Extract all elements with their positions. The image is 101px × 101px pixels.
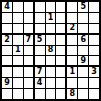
cell-r4c6-empty[interactable] (56, 35, 66, 45)
cell-r5c6-empty[interactable] (56, 46, 66, 56)
cell-r3c8-empty[interactable] (78, 24, 88, 34)
cell-r2c7-empty[interactable] (67, 13, 77, 23)
cell-r5c5-given[interactable]: 8 (46, 46, 56, 56)
cell-r1c1-given[interactable]: 4 (2, 2, 12, 12)
cell-r5c1-empty[interactable] (2, 46, 12, 56)
cell-r4c4-given[interactable]: 5 (35, 35, 45, 45)
cell-r4c5-empty[interactable] (46, 35, 56, 45)
cell-r3c4-empty[interactable] (35, 24, 45, 34)
cell-r7c2-empty[interactable] (13, 67, 23, 77)
cell-r5c3-empty[interactable] (24, 46, 34, 56)
cell-r2c5-given[interactable]: 1 (46, 13, 56, 23)
cell-r7c9-given[interactable]: 3 (89, 67, 99, 77)
cell-r2c3-empty[interactable] (24, 13, 34, 23)
cell-r8c4-given[interactable]: 4 (35, 78, 45, 88)
cell-r8c2-empty[interactable] (13, 78, 23, 88)
cell-r6c1-empty[interactable] (2, 56, 12, 66)
cell-r4c8-given[interactable]: 6 (78, 35, 88, 45)
cell-r1c2-empty[interactable] (13, 2, 23, 12)
cell-r2c4-empty[interactable] (35, 13, 45, 23)
cell-r9c7-given[interactable]: 8 (67, 89, 77, 99)
cell-r3c7-given[interactable]: 2 (67, 24, 77, 34)
cell-r3c9-empty[interactable] (89, 24, 99, 34)
cell-r9c8-empty[interactable] (78, 89, 88, 99)
cell-r4c2-empty[interactable] (13, 35, 23, 45)
sudoku-board: 45122756189713948 (0, 0, 101, 101)
cell-r9c1-empty[interactable] (2, 89, 12, 99)
cell-r7c6-empty[interactable] (56, 67, 66, 77)
cell-r8c9-empty[interactable] (89, 78, 99, 88)
cell-r6c9-empty[interactable] (89, 56, 99, 66)
cell-r1c7-empty[interactable] (67, 2, 77, 12)
cell-r2c9-empty[interactable] (89, 13, 99, 23)
cell-r6c3-empty[interactable] (24, 56, 34, 66)
cell-r7c5-empty[interactable] (46, 67, 56, 77)
cell-r9c6-empty[interactable] (56, 89, 66, 99)
cell-r3c5-empty[interactable] (46, 24, 56, 34)
cell-r1c5-empty[interactable] (46, 2, 56, 12)
cell-r8c6-empty[interactable] (56, 78, 66, 88)
cell-r9c2-empty[interactable] (13, 89, 23, 99)
cell-r5c7-empty[interactable] (67, 46, 77, 56)
cell-r6c2-empty[interactable] (13, 56, 23, 66)
cell-r2c1-empty[interactable] (2, 13, 12, 23)
cell-r4c1-given[interactable]: 2 (2, 35, 12, 45)
cell-r6c7-empty[interactable] (67, 56, 77, 66)
cell-r3c6-empty[interactable] (56, 24, 66, 34)
cell-r8c7-empty[interactable] (67, 78, 77, 88)
cell-r7c7-given[interactable]: 1 (67, 67, 77, 77)
cell-r6c5-empty[interactable] (46, 56, 56, 66)
cell-r9c4-empty[interactable] (35, 89, 45, 99)
cell-r3c2-empty[interactable] (13, 24, 23, 34)
cell-r1c6-empty[interactable] (56, 2, 66, 12)
cell-r2c8-empty[interactable] (78, 13, 88, 23)
cell-r2c6-empty[interactable] (56, 13, 66, 23)
cell-r2c2-empty[interactable] (13, 13, 23, 23)
cell-r6c8-given[interactable]: 9 (78, 56, 88, 66)
cell-r4c7-empty[interactable] (67, 35, 77, 45)
cell-r9c5-empty[interactable] (46, 89, 56, 99)
cell-r7c1-empty[interactable] (2, 67, 12, 77)
cell-r1c9-empty[interactable] (89, 2, 99, 12)
cell-r4c3-given[interactable]: 7 (24, 35, 34, 45)
cell-r8c5-empty[interactable] (46, 78, 56, 88)
cell-r6c4-empty[interactable] (35, 56, 45, 66)
cell-r9c3-empty[interactable] (24, 89, 34, 99)
cell-r5c8-empty[interactable] (78, 46, 88, 56)
cell-r1c3-empty[interactable] (24, 2, 34, 12)
cell-r7c3-empty[interactable] (24, 67, 34, 77)
cell-r3c1-empty[interactable] (2, 24, 12, 34)
cell-r5c4-empty[interactable] (35, 46, 45, 56)
cell-r9c9-empty[interactable] (89, 89, 99, 99)
cell-r1c8-given[interactable]: 5 (78, 2, 88, 12)
cell-r8c8-empty[interactable] (78, 78, 88, 88)
cell-r7c8-empty[interactable] (78, 67, 88, 77)
cell-r6c6-empty[interactable] (56, 56, 66, 66)
cell-r5c9-empty[interactable] (89, 46, 99, 56)
cell-r8c3-empty[interactable] (24, 78, 34, 88)
cell-r8c1-given[interactable]: 9 (2, 78, 12, 88)
cell-r7c4-given[interactable]: 7 (35, 67, 45, 77)
cell-r1c4-empty[interactable] (35, 2, 45, 12)
cell-r5c2-given[interactable]: 1 (13, 46, 23, 56)
cell-r4c9-empty[interactable] (89, 35, 99, 45)
cell-r3c3-empty[interactable] (24, 24, 34, 34)
